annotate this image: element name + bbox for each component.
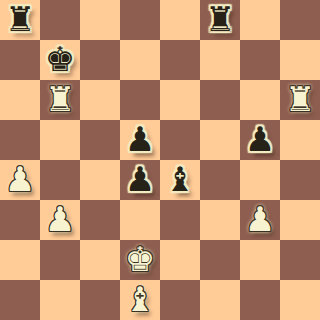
square-a1[interactable]	[0, 280, 40, 320]
square-e7[interactable]	[160, 40, 200, 80]
square-d4[interactable]: ♟	[120, 160, 160, 200]
white-rook[interactable]: ♜	[285, 82, 315, 116]
chess-board: ♜♜♚♜♜♟♟♟♟♝♟♟♚♝	[0, 0, 320, 320]
square-c5[interactable]	[80, 120, 120, 160]
square-f8[interactable]: ♜	[200, 0, 240, 40]
white-pawn[interactable]: ♟	[245, 202, 275, 236]
square-b7[interactable]: ♚	[40, 40, 80, 80]
square-e4[interactable]: ♝	[160, 160, 200, 200]
black-rook[interactable]: ♜	[5, 2, 35, 36]
square-f7[interactable]	[200, 40, 240, 80]
black-rook[interactable]: ♜	[205, 2, 235, 36]
square-a2[interactable]	[0, 240, 40, 280]
square-a6[interactable]	[0, 80, 40, 120]
square-c8[interactable]	[80, 0, 120, 40]
square-h7[interactable]	[280, 40, 320, 80]
square-a3[interactable]	[0, 200, 40, 240]
square-f5[interactable]	[200, 120, 240, 160]
square-h4[interactable]	[280, 160, 320, 200]
square-g6[interactable]	[240, 80, 280, 120]
square-d8[interactable]	[120, 0, 160, 40]
square-d6[interactable]	[120, 80, 160, 120]
square-c4[interactable]	[80, 160, 120, 200]
square-d1[interactable]: ♝	[120, 280, 160, 320]
square-f4[interactable]	[200, 160, 240, 200]
square-e3[interactable]	[160, 200, 200, 240]
square-c1[interactable]	[80, 280, 120, 320]
white-pawn[interactable]: ♟	[5, 162, 35, 196]
square-f6[interactable]	[200, 80, 240, 120]
square-d5[interactable]: ♟	[120, 120, 160, 160]
black-king[interactable]: ♚	[45, 42, 75, 76]
square-b6[interactable]: ♜	[40, 80, 80, 120]
square-h8[interactable]	[280, 0, 320, 40]
white-rook[interactable]: ♜	[45, 82, 75, 116]
square-f2[interactable]	[200, 240, 240, 280]
square-d3[interactable]	[120, 200, 160, 240]
white-pawn[interactable]: ♟	[45, 202, 75, 236]
square-g7[interactable]	[240, 40, 280, 80]
square-e5[interactable]	[160, 120, 200, 160]
square-e2[interactable]	[160, 240, 200, 280]
square-b1[interactable]	[40, 280, 80, 320]
square-d2[interactable]: ♚	[120, 240, 160, 280]
square-c6[interactable]	[80, 80, 120, 120]
square-f1[interactable]	[200, 280, 240, 320]
square-c2[interactable]	[80, 240, 120, 280]
square-h3[interactable]	[280, 200, 320, 240]
square-f3[interactable]	[200, 200, 240, 240]
square-g3[interactable]: ♟	[240, 200, 280, 240]
white-king[interactable]: ♚	[125, 242, 155, 276]
square-a5[interactable]	[0, 120, 40, 160]
square-a7[interactable]	[0, 40, 40, 80]
square-e8[interactable]	[160, 0, 200, 40]
black-pawn[interactable]: ♟	[245, 122, 275, 156]
square-g1[interactable]	[240, 280, 280, 320]
square-g5[interactable]: ♟	[240, 120, 280, 160]
black-pawn[interactable]: ♟	[125, 122, 155, 156]
square-g4[interactable]	[240, 160, 280, 200]
black-pawn[interactable]: ♟	[125, 162, 155, 196]
square-b2[interactable]	[40, 240, 80, 280]
square-g2[interactable]	[240, 240, 280, 280]
square-b3[interactable]: ♟	[40, 200, 80, 240]
square-b4[interactable]	[40, 160, 80, 200]
black-bishop[interactable]: ♝	[165, 162, 195, 196]
square-h1[interactable]	[280, 280, 320, 320]
square-e6[interactable]	[160, 80, 200, 120]
square-a8[interactable]: ♜	[0, 0, 40, 40]
square-d7[interactable]	[120, 40, 160, 80]
square-e1[interactable]	[160, 280, 200, 320]
white-bishop[interactable]: ♝	[125, 282, 155, 316]
square-b5[interactable]	[40, 120, 80, 160]
square-h6[interactable]: ♜	[280, 80, 320, 120]
square-g8[interactable]	[240, 0, 280, 40]
square-h5[interactable]	[280, 120, 320, 160]
square-b8[interactable]	[40, 0, 80, 40]
square-c7[interactable]	[80, 40, 120, 80]
square-c3[interactable]	[80, 200, 120, 240]
square-h2[interactable]	[280, 240, 320, 280]
square-a4[interactable]: ♟	[0, 160, 40, 200]
